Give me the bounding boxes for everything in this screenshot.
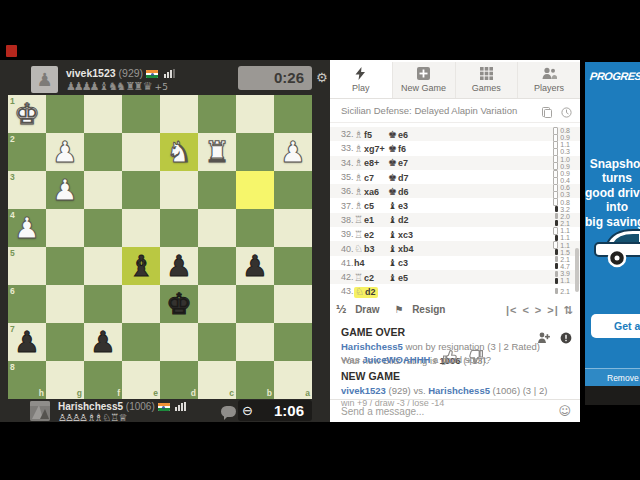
- eval-value: 2.1: [560, 288, 570, 295]
- square-d5[interactable]: ♟: [160, 247, 198, 285]
- white-piece-icon: ♗: [354, 172, 363, 183]
- move-number: 33.: [330, 143, 354, 153]
- chat-input-row: Send a message... ☺: [330, 399, 580, 422]
- eval-bar-icon: [555, 220, 558, 226]
- captured-pieces-bottom: ♙♙♙♙ ♗♗ ♘ ♖ ♕: [58, 412, 125, 423]
- square-d1[interactable]: [160, 95, 198, 133]
- opponent-link[interactable]: JuiceWOAHHH: [362, 354, 430, 365]
- eval-value: 2.0: [560, 213, 570, 220]
- square-g6[interactable]: [46, 285, 84, 323]
- square-d7[interactable]: [160, 323, 198, 361]
- sidebar-panel: Play New Game Games Players Sicilian Def…: [330, 60, 580, 422]
- game-controls: ½ Draw ⚑ Resign |<<>>|⇅: [330, 302, 580, 322]
- clock-paused-icon: ⊖: [242, 400, 253, 421]
- move-number: 36.: [330, 186, 354, 196]
- white-move[interactable]: ♗xa6: [354, 186, 388, 197]
- black-pawn-f7[interactable]: ♟: [84, 323, 122, 361]
- eval-bar-icon: [555, 235, 558, 241]
- white-pawn-g3[interactable]: ♟: [46, 171, 84, 209]
- eval-value: 0.4: [560, 177, 570, 184]
- black-piece-icon: ♝: [388, 200, 397, 211]
- eval-value: 0.8: [560, 199, 570, 206]
- square-f5[interactable]: [84, 247, 122, 285]
- move-row-43: 43.♘d22.1: [330, 284, 580, 298]
- bottom-player-row: Harishchess5 (1006) ♙♙♙♙ ♗♗ ♘ ♖ ♕ ⊖ 1:06: [0, 400, 330, 422]
- analysis-circle-icon[interactable]: [561, 107, 572, 118]
- eval-column: 2.02.1: [555, 213, 570, 227]
- move-row-36: 36.♗xa6♚d60.60.3: [330, 184, 580, 198]
- eval-bar-icon: [555, 206, 558, 212]
- move-row-41: 41.h4♝c32.14.7: [330, 256, 580, 270]
- ad-column: PROGRESSIVE Snapshot turns good drivers …: [585, 62, 640, 405]
- white-move[interactable]: h4: [354, 258, 388, 268]
- square-b2[interactable]: [236, 133, 274, 171]
- square-e8[interactable]: e: [122, 361, 160, 399]
- black-move[interactable]: ♝d2: [388, 214, 448, 225]
- eval-value: 1.1: [560, 227, 570, 234]
- remove-ads-button[interactable]: Remove Ads: [585, 368, 640, 386]
- black-piece-icon: ♚: [388, 186, 397, 197]
- black-move[interactable]: ♝e5: [388, 272, 448, 283]
- square-f6[interactable]: [84, 285, 122, 323]
- people-icon: [542, 67, 557, 80]
- eval-value: 0.9: [560, 170, 570, 177]
- white-king-h1[interactable]: ♚: [8, 95, 46, 133]
- tab-play[interactable]: Play: [330, 62, 392, 98]
- user-photo: [30, 401, 50, 421]
- eval-value: 3.9: [560, 270, 570, 277]
- rank-label-5: 5: [10, 248, 15, 258]
- eval-value: 4.7: [560, 263, 570, 270]
- file-label-g: g: [77, 388, 82, 398]
- eval-column: 3.91.1: [555, 270, 570, 284]
- report-icon[interactable]: [560, 332, 572, 344]
- thumbs-up-icon[interactable]: [442, 348, 459, 365]
- plus-square-icon: [417, 67, 430, 80]
- white-piece-icon: ♗: [354, 157, 363, 168]
- eval-value: 1.1: [560, 242, 570, 249]
- player2-link[interactable]: Harishchess5: [428, 385, 490, 396]
- square-b3[interactable]: [236, 171, 274, 209]
- square-e7[interactable]: [122, 323, 160, 361]
- progressive-ad[interactable]: PROGRESSIVE Snapshot turns good drivers …: [585, 62, 640, 368]
- square-b1[interactable]: [236, 95, 274, 133]
- square-h5[interactable]: 5: [8, 247, 46, 285]
- black-move[interactable]: ♚d6: [388, 186, 448, 197]
- square-c8[interactable]: c: [198, 361, 236, 399]
- square-e6[interactable]: [122, 285, 160, 323]
- black-move[interactable]: ♝e3: [388, 200, 448, 211]
- recording-indicator: [6, 45, 17, 57]
- eval-value: 1.1: [560, 141, 570, 148]
- black-move[interactable]: ♚e7: [388, 157, 448, 168]
- eval-bar-icon: [555, 288, 558, 294]
- black-move[interactable]: ♚d7: [388, 172, 448, 183]
- square-e3[interactable]: [122, 171, 160, 209]
- square-a8[interactable]: a: [274, 361, 312, 399]
- black-piece-icon: ♝: [388, 272, 397, 283]
- move-number: 38.: [330, 215, 354, 225]
- connection-bars-icon: [164, 68, 176, 80]
- square-c3[interactable]: [198, 171, 236, 209]
- square-d2[interactable]: ♞: [160, 133, 198, 171]
- move-number: 42.: [330, 272, 354, 282]
- eval-bar-icon: [555, 278, 558, 284]
- file-label-c: c: [229, 388, 234, 398]
- square-h3[interactable]: 3: [8, 171, 46, 209]
- move-row-42: 42.♖c2♝e53.91.1: [330, 270, 580, 284]
- white-move[interactable]: ♗e8+: [354, 157, 388, 168]
- move-number: 34.: [330, 158, 354, 168]
- eval-bar-icon: [555, 263, 558, 269]
- move-number: 39.: [330, 229, 354, 239]
- square-f1[interactable]: [84, 95, 122, 133]
- get-quote-button[interactable]: Get a quote: [591, 314, 640, 338]
- square-a2[interactable]: ♟: [274, 133, 312, 171]
- move-list-scrollbar[interactable]: [575, 248, 579, 292]
- white-move[interactable]: ♘b3: [354, 243, 388, 254]
- file-label-f: f: [117, 388, 120, 398]
- square-b5[interactable]: ♟: [236, 247, 274, 285]
- eval-column: 2.14.7: [555, 256, 570, 270]
- square-a5[interactable]: [274, 247, 312, 285]
- eval-bar-icon: [555, 271, 558, 277]
- connection-bars-icon: [175, 402, 187, 413]
- black-pawn-h7[interactable]: ♟: [8, 323, 46, 361]
- file-label-b: b: [267, 388, 272, 398]
- rank-label-6: 6: [10, 286, 15, 296]
- resign-button[interactable]: ⚑ Resign: [394, 304, 451, 315]
- new-game-title: NEW GAME: [341, 370, 569, 382]
- black-move[interactable]: ♚f6: [388, 143, 448, 154]
- emoji-icon[interactable]: ☺: [558, 404, 571, 418]
- tab-games[interactable]: Games: [455, 62, 518, 98]
- white-pawn-a2[interactable]: ♟: [274, 133, 312, 171]
- square-a3[interactable]: [274, 171, 312, 209]
- eval-column: 1.10.3: [553, 141, 570, 155]
- square-g1[interactable]: [46, 95, 84, 133]
- india-flag-icon: [158, 403, 170, 411]
- white-rook-c2[interactable]: ♜: [198, 133, 236, 171]
- nav-last-button[interactable]: >|: [547, 304, 559, 316]
- square-c4[interactable]: [198, 209, 236, 247]
- new-game-matchup: vivek1523 (929) vs. Harishchess5 (1006) …: [341, 385, 569, 396]
- flip-board-button[interactable]: ⇅: [564, 304, 574, 317]
- white-move[interactable]: ♖c2: [354, 272, 388, 283]
- move-row-40: 40.♘b3♝xb41.11.5: [330, 241, 580, 255]
- black-pawn-b5[interactable]: ♟: [236, 247, 274, 285]
- square-e1[interactable]: [122, 95, 160, 133]
- file-label-h: h: [39, 388, 44, 398]
- white-piece-icon: ♘: [355, 286, 364, 297]
- eval-column: 1.00.9: [553, 156, 570, 170]
- rank-label-3: 3: [10, 172, 15, 182]
- square-h2[interactable]: 2: [8, 133, 46, 171]
- white-move[interactable]: ♖e2: [354, 229, 388, 240]
- eval-column: 0.90.4: [553, 170, 570, 184]
- chat-bubble-icon[interactable]: [221, 406, 236, 417]
- square-a1[interactable]: [274, 95, 312, 133]
- square-d4[interactable]: [160, 209, 198, 247]
- book-icon[interactable]: [542, 107, 552, 118]
- white-move[interactable]: ♗f5: [354, 129, 388, 140]
- move-number: 41.: [330, 258, 354, 268]
- square-a4[interactable]: [274, 209, 312, 247]
- square-g3[interactable]: ♟: [46, 171, 84, 209]
- eval-bar-icon: [555, 256, 558, 262]
- white-piece-icon: ♘: [354, 243, 363, 254]
- square-c5[interactable]: [198, 247, 236, 285]
- move-number: 35.: [330, 172, 354, 182]
- eval-value: 3.2: [560, 206, 570, 213]
- file-label-a: a: [305, 388, 310, 398]
- square-f8[interactable]: f: [84, 361, 122, 399]
- black-move[interactable]: ♝xb4: [388, 243, 448, 254]
- white-move[interactable]: ♗c7: [354, 172, 388, 183]
- white-move[interactable]: ♘d2: [354, 286, 388, 297]
- winner-link[interactable]: Harishchess5: [341, 341, 403, 352]
- black-pawn-d5[interactable]: ♟: [160, 247, 198, 285]
- settings-gear-icon[interactable]: ⚙: [316, 70, 328, 85]
- eval-column: 0.80.9: [553, 127, 570, 141]
- square-b7[interactable]: [236, 323, 274, 361]
- eval-value: 1.5: [560, 249, 570, 256]
- file-label-e: e: [153, 388, 158, 398]
- draw-button[interactable]: ½ Draw: [336, 304, 386, 315]
- clock-bottom: ⊖ 1:06: [238, 400, 312, 421]
- black-piece-icon: ♚: [388, 157, 397, 168]
- white-pawn-g2[interactable]: ♟: [46, 133, 84, 171]
- move-nav: |<<>>|⇅: [501, 304, 574, 317]
- square-c6[interactable]: [198, 285, 236, 323]
- square-b6[interactable]: [236, 285, 274, 323]
- sport-vote: [442, 348, 484, 365]
- tab-new-game[interactable]: New Game: [392, 62, 455, 98]
- move-number: 43.: [330, 286, 354, 296]
- avatar[interactable]: [30, 401, 50, 421]
- eval-value: 0.8: [560, 127, 570, 134]
- eval-value: 1.1: [560, 234, 570, 241]
- game-panel: ♟ vivek1523 (929) ♟♟♟♟ ♝ ♞♞ ♜♜ ♛+5 0:26 …: [0, 60, 330, 422]
- black-bishop-e5[interactable]: ♝: [122, 247, 160, 285]
- square-f3[interactable]: [84, 171, 122, 209]
- eval-column: 0.83.2: [553, 198, 570, 212]
- chess-board[interactable]: 1♚2♟♞♜♟3♟4♟5♝♟♟6♚7♟♟8hgfedcba: [8, 95, 312, 399]
- player-rating-top: (929): [119, 67, 144, 79]
- player-name-top[interactable]: vivek1523 (929): [66, 67, 176, 80]
- black-piece-icon: ♚: [388, 143, 397, 154]
- white-piece-icon: ♖: [354, 229, 363, 240]
- add-friend-icon[interactable]: [537, 332, 550, 344]
- top-player-row: ♟ vivek1523 (929) ♟♟♟♟ ♝ ♞♞ ♜♜ ♛+5 0:26 …: [0, 64, 330, 94]
- player-rating-bottom: (1006): [126, 401, 155, 412]
- thumbs-down-icon[interactable]: [467, 348, 484, 365]
- square-c1[interactable]: [198, 95, 236, 133]
- player1-link[interactable]: vivek1523: [341, 385, 386, 396]
- eval-bar-icon: [555, 213, 558, 219]
- move-row-37: 37.♗c5♝e30.83.2: [330, 198, 580, 212]
- move-number: 32.: [330, 129, 354, 139]
- eval-value: 0.9: [560, 134, 570, 141]
- square-a6[interactable]: [274, 285, 312, 323]
- white-piece-icon: ♖: [354, 272, 363, 283]
- opening-icons: [542, 104, 572, 122]
- black-move[interactable]: ♚e6: [388, 129, 448, 140]
- square-c7[interactable]: [198, 323, 236, 361]
- white-piece-icon: ♗: [354, 186, 363, 197]
- app-window: ♟ vivek1523 (929) ♟♟♟♟ ♝ ♞♞ ♜♜ ♛+5 0:26 …: [0, 0, 640, 480]
- lightning-icon: [355, 67, 366, 80]
- square-d3[interactable]: [160, 171, 198, 209]
- black-piece-icon: ♝: [388, 257, 397, 268]
- message-input[interactable]: Send a message...: [341, 406, 424, 417]
- black-piece-icon: ♚: [388, 129, 397, 140]
- square-a7[interactable]: [274, 323, 312, 361]
- game-over-icons: [537, 330, 572, 348]
- move-row-33: 33.♗xg7+♚f61.10.3: [330, 141, 580, 155]
- white-piece-icon: ♗: [354, 200, 363, 211]
- progressive-logo: PROGRESSIVE: [589, 70, 640, 82]
- move-row-38: 38.♖e1♝d22.02.1: [330, 213, 580, 227]
- square-b4[interactable]: [236, 209, 274, 247]
- tab-bar: Play New Game Games Players: [330, 62, 580, 99]
- black-move[interactable]: ♝c3: [388, 257, 448, 268]
- square-e5[interactable]: ♝: [122, 247, 160, 285]
- eval-value: 0.3: [560, 191, 570, 198]
- eval-value: 0.6: [560, 184, 570, 191]
- move-row-35: 35.♗c7♚d70.90.4: [330, 170, 580, 184]
- square-c2[interactable]: ♜: [198, 133, 236, 171]
- eval-value: 1.1: [560, 277, 570, 284]
- black-piece-icon: ♝: [388, 243, 397, 254]
- square-d8[interactable]: d: [160, 361, 198, 399]
- eval-value: 2.1: [560, 220, 570, 227]
- ad-copy: Snapshot turns good drivers into big sav…: [585, 157, 640, 229]
- nav-forward-button[interactable]: >: [535, 304, 542, 316]
- black-king-d6[interactable]: ♚: [160, 285, 198, 323]
- square-d6[interactable]: ♚: [160, 285, 198, 323]
- move-number: 40.: [330, 244, 354, 254]
- square-g8[interactable]: g: [46, 361, 84, 399]
- opening-name[interactable]: Sicilian Defense: Delayed Alapin Variati…: [341, 105, 517, 116]
- material-advantage: +5: [155, 82, 168, 92]
- move-number: 37.: [330, 201, 354, 211]
- square-g4[interactable]: [46, 209, 84, 247]
- eval-value: 2.1: [560, 256, 570, 263]
- black-piece-icon: ♚: [388, 172, 397, 183]
- clock-top: 0:26: [238, 66, 312, 90]
- square-f2[interactable]: [84, 133, 122, 171]
- avatar[interactable]: ♟: [31, 66, 58, 93]
- grid-icon: [480, 67, 493, 80]
- square-b8[interactable]: b: [236, 361, 274, 399]
- move-row-32: 32.♗f5♚e60.80.9: [330, 127, 580, 141]
- white-piece-icon: ♖: [354, 214, 363, 225]
- rank-label-8: 8: [10, 362, 15, 372]
- white-move[interactable]: ♖e1: [354, 214, 388, 225]
- black-piece-icon: ♝: [388, 229, 397, 240]
- captured-pieces-top: ♟♟♟♟ ♝ ♞♞ ♜♜ ♛+5: [66, 80, 168, 93]
- game-over-title: GAME OVER: [341, 326, 569, 338]
- square-g5[interactable]: [46, 247, 84, 285]
- square-h4[interactable]: 4♟: [8, 209, 46, 247]
- move-row-34: 34.♗e8+♚e71.00.9: [330, 156, 580, 170]
- nav-first-button[interactable]: |<: [506, 304, 518, 316]
- file-label-d: d: [191, 388, 196, 398]
- eval-column: 2.1: [555, 284, 570, 298]
- square-h7[interactable]: 7♟: [8, 323, 46, 361]
- eval-value: 0.3: [560, 148, 570, 155]
- white-piece-icon: ♗: [354, 129, 363, 140]
- eval-bar-icon: [555, 249, 558, 255]
- white-pawn-h4[interactable]: ♟: [8, 209, 46, 247]
- square-g2[interactable]: ♟: [46, 133, 84, 171]
- default-avatar-pawn-icon: ♟: [31, 66, 58, 93]
- eval-column: 1.11.1: [553, 227, 570, 241]
- square-f7[interactable]: ♟: [84, 323, 122, 361]
- white-piece-icon: ♗: [354, 143, 363, 154]
- white-move[interactable]: ♗xg7+: [354, 143, 388, 154]
- black-move[interactable]: ♝xc3: [388, 229, 448, 240]
- move-row-39: 39.♖e2♝xc31.11.1: [330, 227, 580, 241]
- india-flag-icon: [146, 70, 158, 78]
- square-h8[interactable]: 8h: [8, 361, 46, 399]
- square-h6[interactable]: 6: [8, 285, 46, 323]
- black-piece-icon: ♝: [388, 214, 397, 225]
- nav-back-button[interactable]: <: [522, 304, 529, 316]
- white-move[interactable]: ♗c5: [354, 200, 388, 211]
- square-e4[interactable]: [122, 209, 160, 247]
- square-g7[interactable]: [46, 323, 84, 361]
- square-e2[interactable]: [122, 133, 160, 171]
- car-illustration: [589, 222, 640, 270]
- square-h1[interactable]: 1♚: [8, 95, 46, 133]
- ad-footer-strip: [585, 386, 640, 405]
- eval-column: 0.60.3: [553, 184, 570, 198]
- eval-value: 1.0: [560, 156, 570, 163]
- square-f4[interactable]: [84, 209, 122, 247]
- move-list: 32.♗f5♚e60.80.933.♗xg7+♚f61.10.334.♗e8+♚…: [330, 127, 580, 299]
- rank-label-2: 2: [10, 134, 15, 144]
- eval-value: 0.9: [560, 163, 570, 170]
- tab-players[interactable]: Players: [517, 62, 580, 98]
- eval-column: 1.11.5: [553, 241, 570, 255]
- opening-name-row: Sicilian Defense: Delayed Alapin Variati…: [330, 100, 580, 123]
- white-knight-d2[interactable]: ♞: [160, 133, 198, 171]
